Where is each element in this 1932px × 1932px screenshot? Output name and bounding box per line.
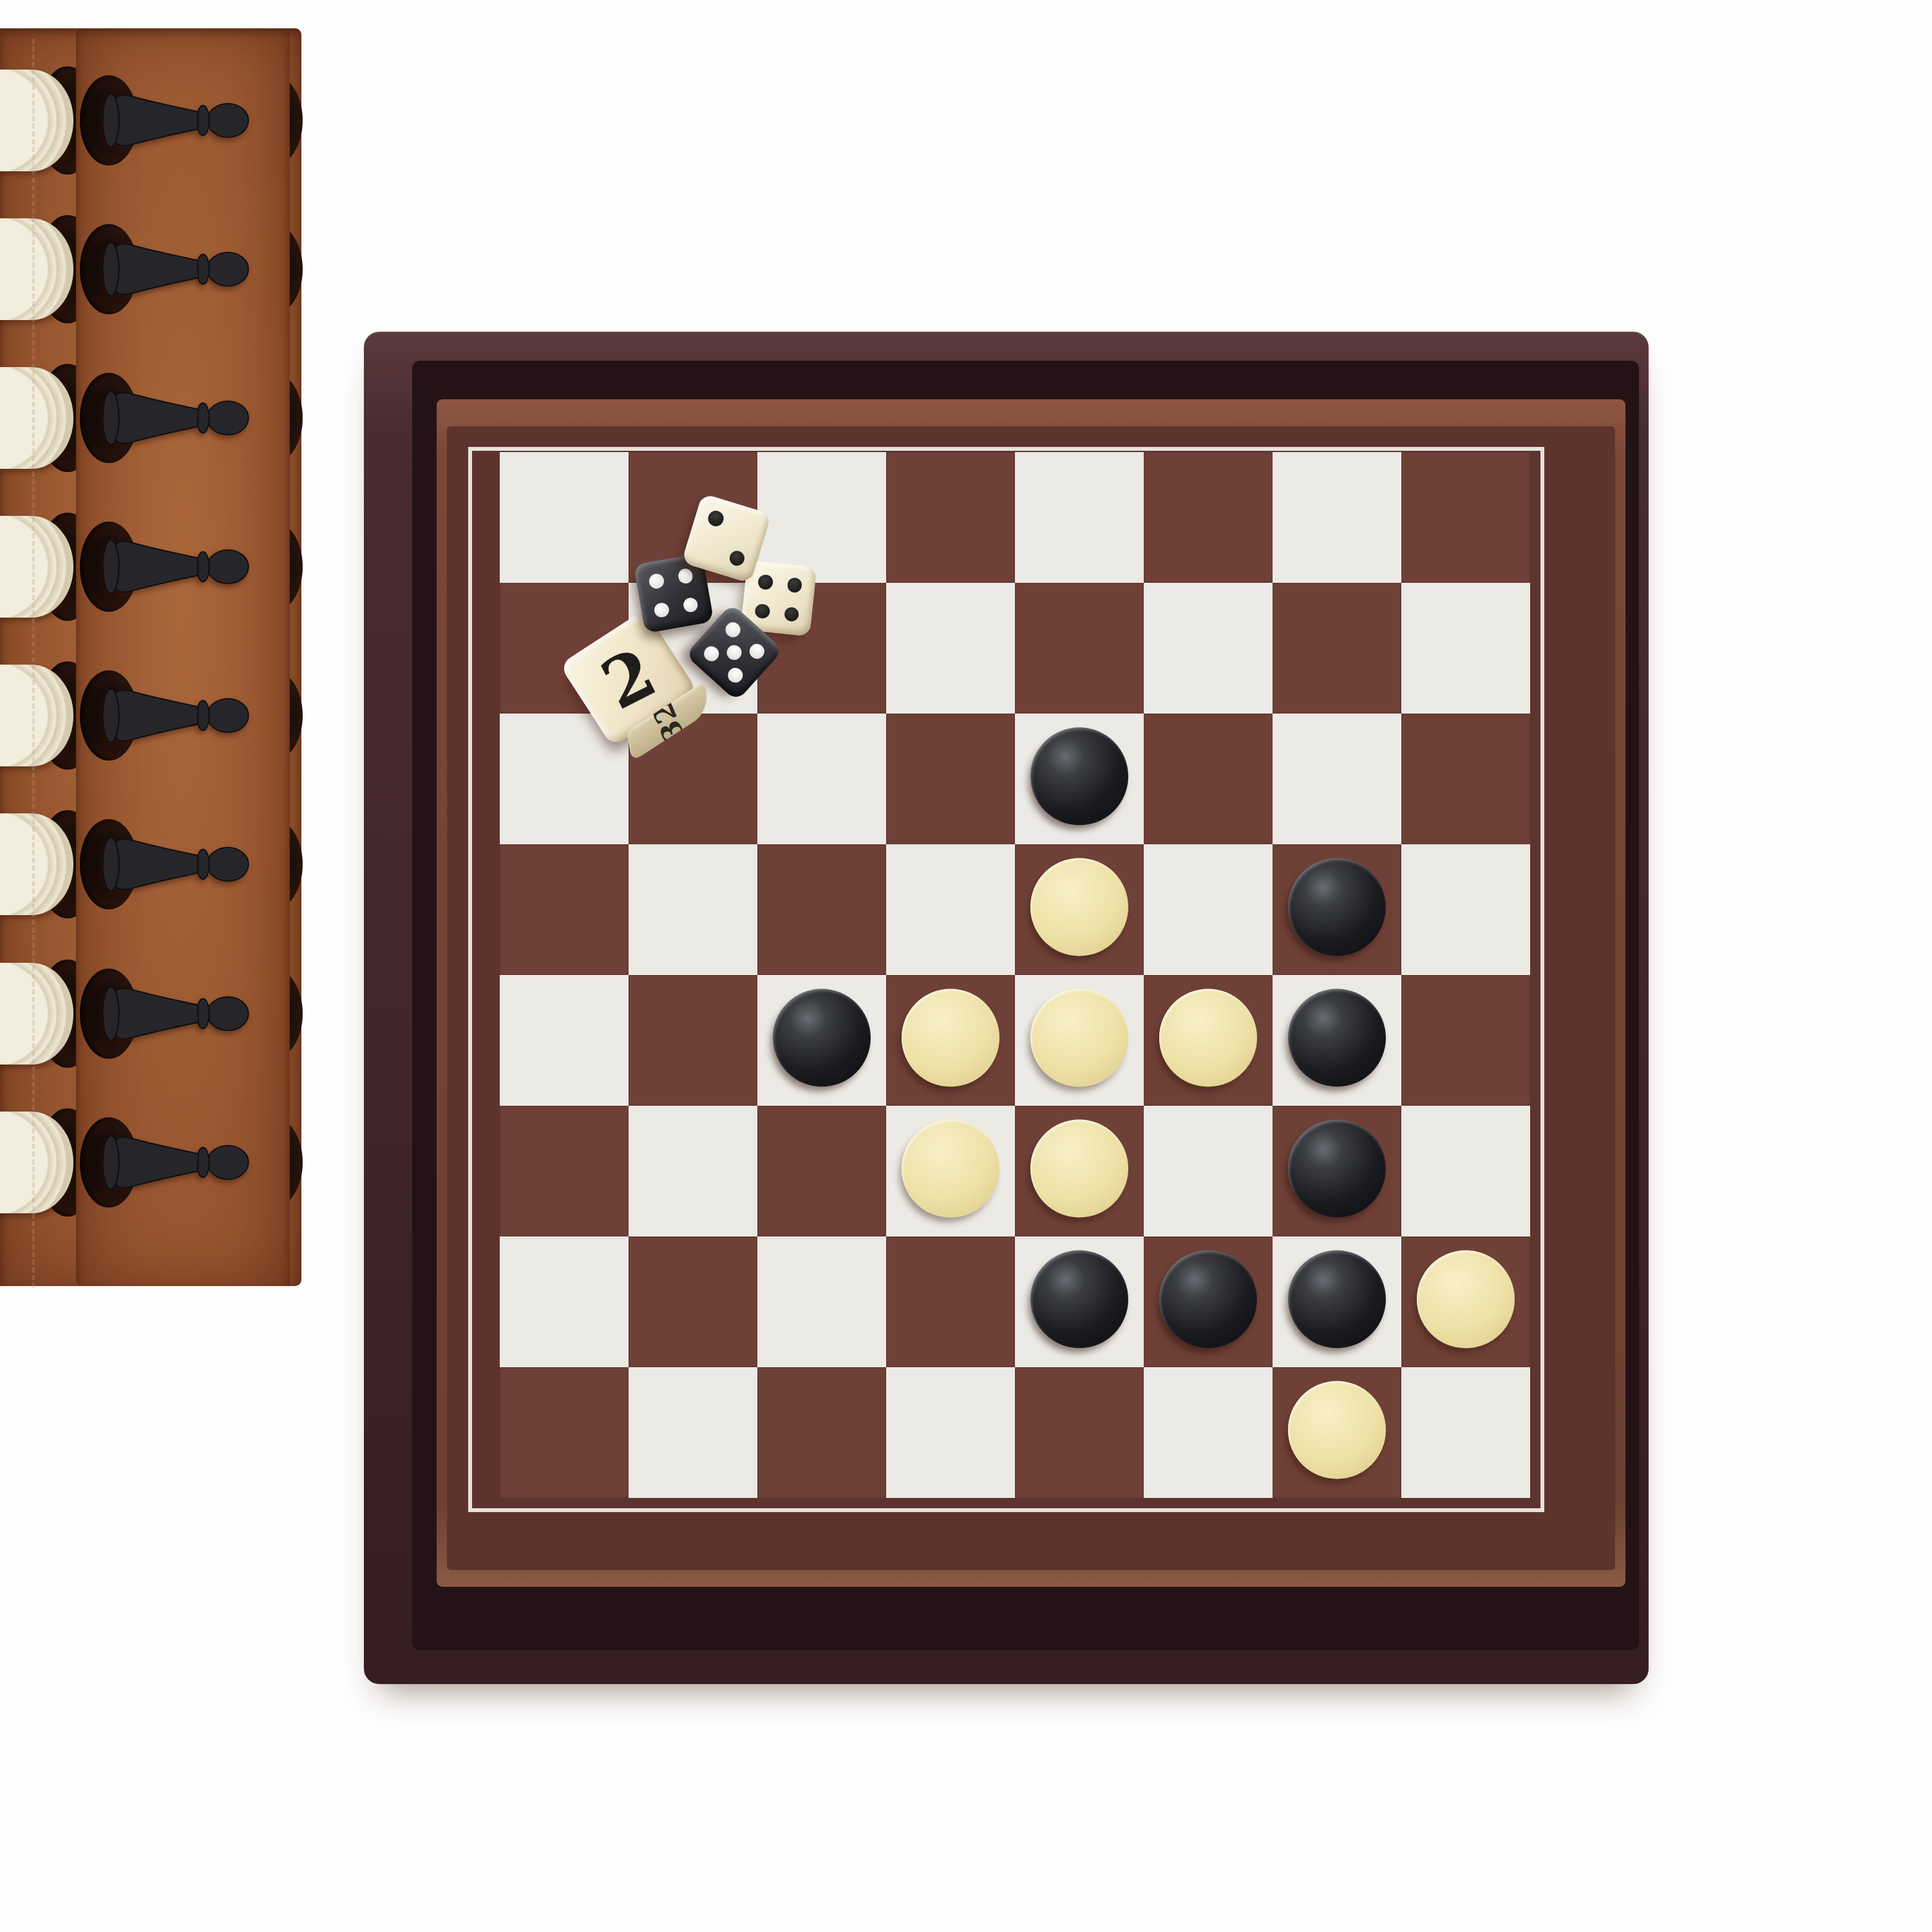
- die-pip: [725, 665, 746, 685]
- square-a3[interactable]: [500, 1106, 629, 1236]
- square-c1[interactable]: [757, 1367, 886, 1498]
- square-b2[interactable]: [629, 1236, 757, 1367]
- square-f6[interactable]: [1144, 714, 1273, 844]
- square-d6[interactable]: [886, 714, 1015, 844]
- square-a4[interactable]: [500, 975, 629, 1106]
- die-pip: [677, 568, 694, 585]
- doubling-cube-top-value: 2: [589, 632, 668, 725]
- die-pip: [682, 596, 699, 613]
- die-pip: [706, 509, 725, 528]
- square-d1[interactable]: [886, 1367, 1015, 1498]
- square-h2[interactable]: [1401, 1236, 1530, 1367]
- black-pawn-2[interactable]: [88, 232, 251, 307]
- die-pip: [649, 573, 665, 589]
- square-d4[interactable]: [886, 975, 1015, 1106]
- square-c5[interactable]: [757, 844, 886, 975]
- right-tray-felt: [76, 28, 290, 1286]
- square-f4[interactable]: [1144, 975, 1273, 1106]
- black-disc-e6[interactable]: [1030, 727, 1128, 825]
- square-h1[interactable]: [1401, 1367, 1530, 1498]
- square-c2[interactable]: [757, 1236, 886, 1367]
- square-f2[interactable]: [1144, 1236, 1273, 1367]
- square-d2[interactable]: [886, 1236, 1015, 1367]
- die-pip: [723, 620, 743, 640]
- square-g1[interactable]: [1273, 1367, 1401, 1498]
- square-e2[interactable]: [1015, 1236, 1144, 1367]
- square-g5[interactable]: [1273, 844, 1401, 975]
- square-e5[interactable]: [1015, 844, 1144, 975]
- cream-disc-e5[interactable]: [1030, 858, 1128, 956]
- square-h3[interactable]: [1401, 1106, 1530, 1236]
- cream-disc-g1[interactable]: [1288, 1381, 1386, 1479]
- die-pip: [728, 549, 746, 567]
- square-h5[interactable]: [1401, 844, 1530, 975]
- square-f8[interactable]: [1144, 452, 1273, 583]
- black-disc-e2[interactable]: [1030, 1250, 1128, 1348]
- black-pawn-8[interactable]: [88, 1125, 251, 1200]
- black-pawn-5[interactable]: [88, 678, 251, 753]
- game-box: [364, 332, 1649, 1684]
- die-pip: [786, 577, 802, 593]
- square-b5[interactable]: [629, 844, 757, 975]
- square-e3[interactable]: [1015, 1106, 1144, 1236]
- square-a2[interactable]: [500, 1236, 629, 1367]
- game-set-photo: 232: [0, 0, 1932, 1932]
- square-g7[interactable]: [1273, 583, 1401, 714]
- square-e4[interactable]: [1015, 975, 1144, 1106]
- square-e1[interactable]: [1015, 1367, 1144, 1498]
- square-g4[interactable]: [1273, 975, 1401, 1106]
- square-d7[interactable]: [886, 583, 1015, 714]
- black-disc-f2[interactable]: [1159, 1250, 1257, 1348]
- cream-disc-e4[interactable]: [1030, 989, 1128, 1086]
- square-g6[interactable]: [1273, 714, 1401, 844]
- black-pawn-3[interactable]: [88, 381, 251, 455]
- black-disc-g2[interactable]: [1288, 1250, 1386, 1348]
- die-pip: [755, 603, 771, 620]
- black-pawn-7[interactable]: [88, 976, 251, 1051]
- die-pip: [757, 574, 773, 591]
- cream-disc-h2[interactable]: [1417, 1250, 1515, 1348]
- square-a8[interactable]: [500, 452, 629, 583]
- die-pip: [746, 641, 767, 661]
- cream-disc-d4[interactable]: [902, 989, 999, 1086]
- die-pip: [653, 601, 670, 618]
- black-pawn-6[interactable]: [88, 827, 251, 902]
- square-h6[interactable]: [1401, 714, 1530, 844]
- square-c3[interactable]: [757, 1106, 886, 1236]
- square-g3[interactable]: [1273, 1106, 1401, 1236]
- hinge-stitching: [32, 39, 35, 1288]
- square-f7[interactable]: [1144, 583, 1273, 714]
- square-a1[interactable]: [500, 1367, 629, 1498]
- square-a5[interactable]: [500, 844, 629, 975]
- square-c6[interactable]: [757, 714, 886, 844]
- square-h8[interactable]: [1401, 452, 1530, 583]
- square-g8[interactable]: [1273, 452, 1401, 583]
- square-b3[interactable]: [629, 1106, 757, 1236]
- die-pip: [784, 606, 800, 622]
- square-e8[interactable]: [1015, 452, 1144, 583]
- square-g2[interactable]: [1273, 1236, 1401, 1367]
- square-h4[interactable]: [1401, 975, 1530, 1106]
- black-disc-g4[interactable]: [1288, 989, 1386, 1086]
- square-b4[interactable]: [629, 975, 757, 1106]
- square-e6[interactable]: [1015, 714, 1144, 844]
- square-c4[interactable]: [757, 975, 886, 1106]
- black-pawn-4[interactable]: [88, 529, 251, 604]
- square-f3[interactable]: [1144, 1106, 1273, 1236]
- square-f1[interactable]: [1144, 1367, 1273, 1498]
- square-d3[interactable]: [886, 1106, 1015, 1236]
- square-h7[interactable]: [1401, 583, 1530, 714]
- square-b1[interactable]: [629, 1367, 757, 1498]
- square-e7[interactable]: [1015, 583, 1144, 714]
- square-d8[interactable]: [886, 452, 1015, 583]
- cream-disc-e3[interactable]: [1030, 1119, 1128, 1217]
- black-disc-g5[interactable]: [1288, 858, 1386, 956]
- black-disc-g3[interactable]: [1288, 1119, 1386, 1217]
- cream-disc-f4[interactable]: [1159, 989, 1257, 1086]
- square-f5[interactable]: [1144, 844, 1273, 975]
- black-pawn-1[interactable]: [88, 83, 251, 158]
- square-d5[interactable]: [886, 844, 1015, 975]
- die-pip: [724, 642, 744, 663]
- cream-disc-d3[interactable]: [902, 1119, 999, 1217]
- die-pip: [701, 643, 722, 664]
- black-disc-c4[interactable]: [773, 989, 871, 1086]
